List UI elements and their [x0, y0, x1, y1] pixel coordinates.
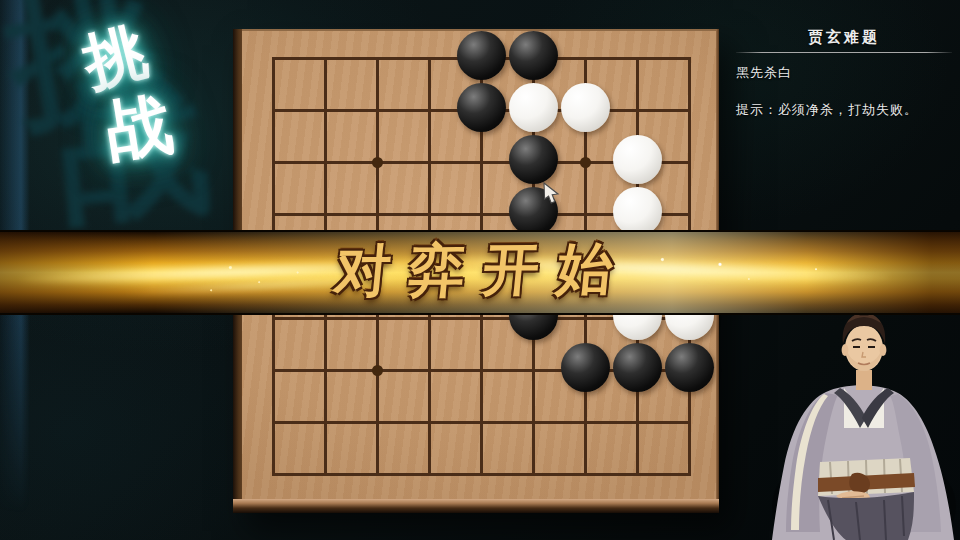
- title-underline: [736, 52, 952, 53]
- stone-black: [509, 135, 558, 184]
- stone-black: [561, 343, 610, 392]
- stone-white: [561, 83, 610, 132]
- problem-task: 黑先杀白: [736, 64, 952, 82]
- stone-white: [509, 83, 558, 132]
- problem-hint: 提示：必须净杀，打劫失败。: [736, 101, 952, 119]
- cursor-icon: [543, 182, 563, 204]
- banner-text: 对弈开始: [0, 235, 960, 305]
- stone-white: [613, 187, 662, 236]
- challenge-glyph-bottom: 战: [101, 89, 177, 165]
- stone-black: [509, 31, 558, 80]
- grid-line: [272, 421, 691, 424]
- stone-white: [613, 135, 662, 184]
- game-start-banner: 对弈开始: [0, 230, 960, 315]
- character-portrait: [768, 296, 960, 540]
- game-screen: { "game": "go (weiqi) — tsumego challeng…: [0, 0, 960, 540]
- problem-panel: 贾玄难题 黑先杀白 提示：必须净杀，打劫失败。: [736, 28, 952, 119]
- problem-title: 贾玄难题: [736, 28, 952, 47]
- stone-black: [457, 83, 506, 132]
- star-point: [372, 365, 383, 376]
- star-point: [580, 157, 591, 168]
- stone-black: [457, 31, 506, 80]
- star-point: [372, 157, 383, 168]
- challenge-calligraphy: 挑 战 挑 战: [14, 0, 214, 240]
- board-edge-bottom: [233, 499, 719, 513]
- stone-black: [665, 343, 714, 392]
- stone-black: [613, 343, 662, 392]
- grid-line: [272, 473, 691, 476]
